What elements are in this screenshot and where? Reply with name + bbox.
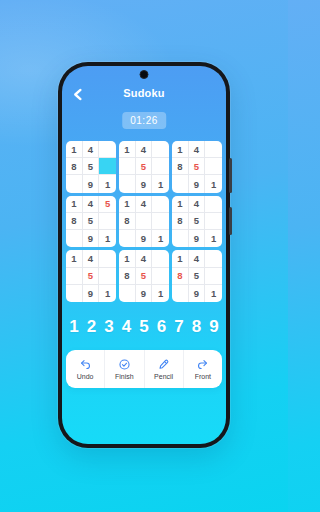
cell-r7c1[interactable]: 1	[66, 250, 83, 267]
cell-r5c1[interactable]: 8	[66, 213, 83, 230]
cell-r3c7[interactable]	[172, 175, 189, 192]
phone-frame: Sudoku 01:26 148591145911485911458591148…	[58, 62, 230, 448]
finish-label: Finish	[115, 373, 134, 380]
cell-r5c9[interactable]	[205, 213, 222, 230]
cell-r1c4[interactable]: 1	[119, 141, 136, 158]
cell-r1c7[interactable]: 1	[172, 141, 189, 158]
num-button-3[interactable]: 3	[101, 317, 117, 337]
cell-r9c1[interactable]	[66, 285, 83, 302]
cell-r5c8[interactable]: 5	[189, 213, 206, 230]
cell-r9c4[interactable]	[119, 285, 136, 302]
cell-r7c7[interactable]: 1	[172, 250, 189, 267]
cell-r2c5[interactable]: 5	[136, 158, 153, 175]
sudoku-box-9: 148591	[172, 250, 222, 302]
cell-r5c3[interactable]	[99, 213, 116, 230]
sudoku-box-2: 14591	[119, 141, 169, 193]
cell-r6c8[interactable]: 9	[189, 230, 206, 247]
cell-r8c4[interactable]: 8	[119, 268, 136, 285]
phone-screen: Sudoku 01:26 148591145911485911458591148…	[62, 66, 226, 444]
cell-r8c3[interactable]	[99, 268, 116, 285]
cell-r6c1[interactable]	[66, 230, 83, 247]
cell-r8c1[interactable]	[66, 268, 83, 285]
cell-r2c1[interactable]: 8	[66, 158, 83, 175]
cell-r5c5[interactable]	[136, 213, 153, 230]
cell-r2c2[interactable]: 5	[83, 158, 100, 175]
cell-r4c1[interactable]: 1	[66, 196, 83, 213]
cell-r6c7[interactable]	[172, 230, 189, 247]
cell-r9c7[interactable]	[172, 285, 189, 302]
cell-r6c6[interactable]: 1	[152, 230, 169, 247]
pencil-icon	[157, 358, 170, 371]
undo-icon	[79, 358, 92, 371]
timer-badge: 01:26	[122, 112, 166, 129]
cell-r7c3[interactable]	[99, 250, 116, 267]
cell-r9c5[interactable]: 9	[136, 285, 153, 302]
page-title: Sudoku	[62, 87, 226, 99]
cell-r4c9[interactable]	[205, 196, 222, 213]
cell-r7c9[interactable]	[205, 250, 222, 267]
cell-r6c5[interactable]: 9	[136, 230, 153, 247]
undo-button[interactable]: Undo	[66, 350, 104, 388]
num-button-8[interactable]: 8	[189, 317, 205, 337]
cell-r9c3[interactable]: 1	[99, 285, 116, 302]
sudoku-box-3: 148591	[172, 141, 222, 193]
cell-r1c9[interactable]	[205, 141, 222, 158]
action-toolbar: Undo Finish Pencil Front	[66, 350, 222, 388]
cell-r3c5[interactable]: 9	[136, 175, 153, 192]
num-button-2[interactable]: 2	[84, 317, 100, 337]
number-pad: 1 2 3 4 5 6 7 8 9	[66, 317, 222, 337]
cell-r5c6[interactable]	[152, 213, 169, 230]
num-button-5[interactable]: 5	[136, 317, 152, 337]
cell-r9c6[interactable]: 1	[152, 285, 169, 302]
cell-r8c7[interactable]: 8	[172, 268, 189, 285]
volume-button	[229, 158, 232, 193]
cell-r6c9[interactable]: 1	[205, 230, 222, 247]
num-button-7[interactable]: 7	[171, 317, 187, 337]
sudoku-board: 1485911459114859114585911489114859114591…	[66, 141, 222, 302]
cell-r6c2[interactable]: 9	[83, 230, 100, 247]
finish-button[interactable]: Finish	[104, 350, 143, 388]
cell-r8c9[interactable]	[205, 268, 222, 285]
num-button-4[interactable]: 4	[119, 317, 135, 337]
cell-r4c7[interactable]: 1	[172, 196, 189, 213]
cell-r1c6[interactable]	[152, 141, 169, 158]
front-label: Front	[195, 373, 211, 380]
app-header: Sudoku	[62, 86, 226, 102]
check-circle-icon	[118, 358, 131, 371]
cell-r3c2[interactable]: 9	[83, 175, 100, 192]
cell-r3c9[interactable]: 1	[205, 175, 222, 192]
cell-r3c6[interactable]: 1	[152, 175, 169, 192]
cell-r2c9[interactable]	[205, 158, 222, 175]
cell-r3c8[interactable]: 9	[189, 175, 206, 192]
cell-r9c8[interactable]: 9	[189, 285, 206, 302]
num-button-1[interactable]: 1	[66, 317, 82, 337]
cell-r5c4[interactable]: 8	[119, 213, 136, 230]
sudoku-box-4: 1458591	[66, 196, 116, 248]
cell-r1c1[interactable]: 1	[66, 141, 83, 158]
cell-r2c6[interactable]	[152, 158, 169, 175]
sudoku-box-5: 14891	[119, 196, 169, 248]
cell-r6c3[interactable]: 1	[99, 230, 116, 247]
pencil-label: Pencil	[154, 373, 173, 380]
pencil-button[interactable]: Pencil	[144, 350, 183, 388]
cell-r2c7[interactable]: 8	[172, 158, 189, 175]
redo-icon	[196, 358, 209, 371]
camera-punch-hole	[140, 70, 149, 79]
cell-r7c4[interactable]: 1	[119, 250, 136, 267]
cell-r3c4[interactable]	[119, 175, 136, 192]
cell-r6c4[interactable]	[119, 230, 136, 247]
cell-r7c5[interactable]: 4	[136, 250, 153, 267]
cell-r7c6[interactable]	[152, 250, 169, 267]
cell-r1c8[interactable]: 4	[189, 141, 206, 158]
num-button-9[interactable]: 9	[206, 317, 222, 337]
cell-r4c8[interactable]: 4	[189, 196, 206, 213]
cell-r8c6[interactable]	[152, 268, 169, 285]
cell-r1c3[interactable]	[99, 141, 116, 158]
sudoku-box-8: 148591	[119, 250, 169, 302]
sudoku-box-1: 148591	[66, 141, 116, 193]
cell-r3c3[interactable]: 1	[99, 175, 116, 192]
cell-r4c4[interactable]: 1	[119, 196, 136, 213]
cell-r4c6[interactable]	[152, 196, 169, 213]
sudoku-box-6: 148591	[172, 196, 222, 248]
cell-r1c2[interactable]: 4	[83, 141, 100, 158]
cell-r7c8[interactable]: 4	[189, 250, 206, 267]
sudoku-box-7: 14591	[66, 250, 116, 302]
num-button-6[interactable]: 6	[154, 317, 170, 337]
cell-r9c2[interactable]: 9	[83, 285, 100, 302]
cell-r4c5[interactable]: 4	[136, 196, 153, 213]
cell-r5c7[interactable]: 8	[172, 213, 189, 230]
cell-r8c2[interactable]: 5	[83, 268, 100, 285]
power-button	[229, 207, 232, 235]
cell-r5c2[interactable]: 5	[83, 213, 100, 230]
front-button[interactable]: Front	[183, 350, 222, 388]
cell-r2c3[interactable]	[99, 158, 116, 175]
cell-r8c8[interactable]: 5	[189, 268, 206, 285]
cell-r4c2[interactable]: 4	[83, 196, 100, 213]
cell-r2c8[interactable]: 5	[189, 158, 206, 175]
cell-r2c4[interactable]	[119, 158, 136, 175]
cell-r9c9[interactable]: 1	[205, 285, 222, 302]
cell-r7c2[interactable]: 4	[83, 250, 100, 267]
cell-r3c1[interactable]	[66, 175, 83, 192]
cell-r4c3[interactable]: 5	[99, 196, 116, 213]
cell-r8c5[interactable]: 5	[136, 268, 153, 285]
undo-label: Undo	[77, 373, 94, 380]
cell-r1c5[interactable]: 4	[136, 141, 153, 158]
